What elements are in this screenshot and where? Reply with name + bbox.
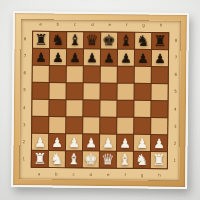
square-f6: [118, 67, 134, 83]
square-h8: ♜: [152, 33, 168, 49]
chess-board: ♜♞♝♛♚♝♞♜♟♟♟♟♟♟♟♟♟♟♟♟♟♟♟♟♜♞♝♚♛♝♞♜: [31, 31, 169, 169]
rank-label-1: 1: [23, 158, 26, 162]
file-label-h: h: [160, 24, 163, 28]
rank-label-8: 8: [24, 37, 27, 41]
square-g5: [135, 84, 151, 100]
square-b6: [50, 66, 66, 82]
piece-black-pawn: ♟: [50, 49, 66, 65]
piece-white-queen: ♛: [100, 152, 116, 168]
piece-white-pawn: ♟: [151, 135, 167, 151]
square-g6: [135, 67, 151, 83]
piece-white-pawn: ♟: [134, 135, 150, 151]
rank-label-4: 4: [174, 107, 177, 111]
rank-labels-right: 87654321: [172, 32, 178, 170]
rank-label-5: 5: [174, 90, 177, 94]
square-e8: ♚: [101, 33, 117, 49]
square-b3: [49, 117, 65, 133]
file-label-g: g: [142, 23, 145, 27]
rank-label-7: 7: [24, 54, 27, 58]
file-label-b: b: [57, 23, 60, 27]
square-f5: [118, 84, 134, 100]
square-e2: ♟: [100, 135, 116, 151]
square-h1: ♜: [151, 152, 167, 168]
piece-white-bishop: ♝: [117, 152, 133, 168]
square-f4: [117, 101, 133, 117]
square-c6: [67, 66, 83, 82]
square-d8: ♛: [84, 32, 100, 48]
rank-label-3: 3: [174, 125, 177, 129]
square-e3: [100, 118, 116, 134]
piece-white-knight: ♞: [134, 152, 150, 168]
piece-black-knight: ♞: [135, 33, 151, 49]
piece-black-rook: ♜: [33, 32, 49, 48]
file-label-d: d: [90, 173, 93, 177]
piece-black-pawn: ♟: [135, 50, 151, 66]
square-a6: [33, 66, 49, 82]
piece-black-pawn: ♟: [101, 50, 117, 66]
square-c2: ♟: [66, 134, 82, 150]
piece-black-bishop: ♝: [118, 33, 134, 49]
file-label-c: c: [74, 23, 76, 27]
square-d4: [83, 100, 99, 116]
square-f3: [117, 118, 133, 134]
square-h2: ♟: [151, 135, 167, 151]
rank-label-4: 4: [23, 106, 26, 110]
rank-labels-left: 87654321: [21, 30, 27, 168]
square-c4: [66, 100, 82, 116]
piece-white-pawn: ♟: [83, 134, 99, 150]
square-a4: [32, 100, 48, 116]
file-label-g: g: [141, 173, 144, 177]
file-label-a: a: [38, 172, 40, 176]
file-label-c: c: [72, 173, 74, 177]
file-label-a: a: [39, 22, 41, 26]
square-d1: ♚: [83, 151, 99, 167]
square-e7: ♟: [101, 50, 117, 66]
rank-label-6: 6: [174, 73, 177, 77]
square-h3: [151, 118, 167, 134]
piece-white-pawn: ♟: [117, 135, 133, 151]
square-a8: ♜: [33, 32, 49, 48]
piece-black-rook: ♜: [152, 33, 168, 49]
file-labels-top: abcdefgh: [32, 22, 170, 27]
rank-label-7: 7: [175, 56, 178, 60]
piece-black-knight: ♞: [50, 32, 66, 48]
square-f1: ♝: [117, 152, 133, 168]
square-b2: ♟: [49, 134, 65, 150]
piece-white-pawn: ♟: [66, 134, 82, 150]
piece-white-knight: ♞: [49, 151, 65, 167]
piece-white-king: ♚: [83, 151, 99, 167]
square-d6: [84, 66, 100, 82]
square-e6: [101, 67, 117, 83]
square-a7: ♟: [33, 49, 49, 65]
square-h6: [152, 67, 168, 83]
file-labels-bottom: abcdefgh: [30, 172, 168, 177]
piece-white-rook: ♜: [151, 152, 167, 168]
square-d7: ♟: [84, 49, 100, 65]
rank-label-1: 1: [174, 159, 177, 163]
rank-label-8: 8: [175, 38, 178, 42]
piece-black-queen: ♛: [84, 32, 100, 48]
square-g4: [134, 101, 150, 117]
square-c7: ♟: [67, 49, 83, 65]
square-h7: ♟: [152, 50, 168, 66]
piece-white-pawn: ♟: [100, 135, 116, 151]
piece-white-pawn: ♟: [32, 134, 48, 150]
board-margin: abcdefgh abcdefgh 87654321 87654321 ♜♞♝♛…: [19, 19, 181, 181]
piece-black-pawn: ♟: [84, 49, 100, 65]
square-b1: ♞: [49, 151, 65, 167]
rank-label-5: 5: [23, 89, 26, 93]
square-a3: [32, 117, 48, 133]
square-b5: [50, 83, 66, 99]
file-label-h: h: [158, 174, 161, 178]
file-label-e: e: [107, 173, 110, 177]
square-e5: [101, 84, 117, 100]
square-g7: ♟: [135, 50, 151, 66]
square-h4: [151, 101, 167, 117]
file-label-b: b: [55, 173, 58, 177]
piece-black-pawn: ♟: [118, 50, 134, 66]
square-g3: [134, 118, 150, 134]
square-b7: ♟: [50, 49, 66, 65]
rank-label-2: 2: [23, 140, 26, 144]
square-b8: ♞: [50, 32, 66, 48]
square-c5: [67, 83, 83, 99]
piece-black-pawn: ♟: [152, 50, 168, 66]
square-c3: [66, 117, 82, 133]
square-d2: ♟: [83, 134, 99, 150]
square-c1: ♝: [66, 151, 82, 167]
rank-label-6: 6: [23, 71, 26, 75]
square-g1: ♞: [134, 152, 150, 168]
piece-black-pawn: ♟: [67, 49, 83, 65]
square-f8: ♝: [118, 33, 134, 49]
rank-label-3: 3: [23, 123, 26, 127]
square-h5: [152, 84, 168, 100]
square-b4: [49, 100, 65, 116]
piece-black-bishop: ♝: [67, 32, 83, 48]
file-label-f: f: [126, 23, 127, 27]
square-g2: ♟: [134, 135, 150, 151]
photo-background: abcdefgh abcdefgh 87654321 87654321 ♜♞♝♛…: [0, 0, 200, 200]
square-a1: ♜: [32, 151, 48, 167]
file-label-d: d: [91, 23, 94, 27]
square-f2: ♟: [117, 135, 133, 151]
piece-black-pawn: ♟: [33, 49, 49, 65]
square-c8: ♝: [67, 32, 83, 48]
square-a5: [33, 83, 49, 99]
file-label-f: f: [124, 173, 125, 177]
file-label-e: e: [109, 23, 112, 27]
square-f7: ♟: [118, 50, 134, 66]
rank-label-2: 2: [174, 142, 177, 146]
piece-white-bishop: ♝: [66, 151, 82, 167]
board-frame: abcdefgh abcdefgh 87654321 87654321 ♜♞♝♛…: [11, 11, 189, 189]
piece-white-rook: ♜: [32, 151, 48, 167]
square-g8: ♞: [135, 33, 151, 49]
square-e4: [100, 101, 116, 117]
square-e1: ♛: [100, 152, 116, 168]
square-a2: ♟: [32, 134, 48, 150]
piece-black-king: ♚: [101, 33, 117, 49]
square-d3: [83, 117, 99, 133]
piece-white-pawn: ♟: [49, 134, 65, 150]
square-d5: [84, 83, 100, 99]
